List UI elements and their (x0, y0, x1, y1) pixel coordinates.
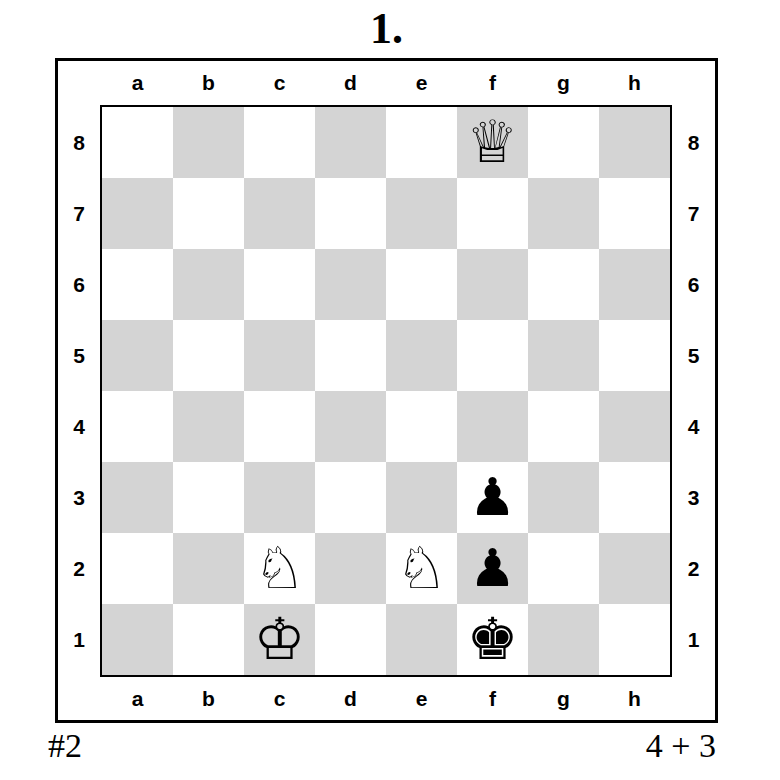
rank-label-6: 6 (672, 249, 715, 320)
frame-corner (58, 61, 100, 105)
rank-label-5: 5 (672, 320, 715, 391)
square-g7[interactable] (528, 178, 599, 249)
file-label-a: a (102, 61, 173, 105)
file-label-c: c (244, 61, 315, 105)
square-h2[interactable] (599, 533, 670, 604)
square-g1[interactable] (528, 604, 599, 675)
chess-board: ♕♟♘♘♟♔♚ (100, 105, 672, 677)
square-g3[interactable] (528, 462, 599, 533)
white-king-piece[interactable]: ♔ (254, 604, 306, 675)
file-label-f: f (457, 677, 528, 720)
material-count-label: 4 + 3 (646, 727, 716, 765)
square-d1[interactable] (315, 604, 386, 675)
square-b8[interactable] (173, 107, 244, 178)
rank-label-4: 4 (58, 391, 100, 462)
square-e4[interactable] (386, 391, 457, 462)
square-e1[interactable] (386, 604, 457, 675)
square-a3[interactable] (102, 462, 173, 533)
file-label-b: b (173, 677, 244, 720)
rank-label-4: 4 (672, 391, 715, 462)
square-g8[interactable] (528, 107, 599, 178)
file-label-h: h (599, 61, 670, 105)
black-king-piece[interactable]: ♚ (467, 604, 519, 675)
rank-label-1: 1 (58, 604, 100, 675)
square-a8[interactable] (102, 107, 173, 178)
square-h1[interactable] (599, 604, 670, 675)
square-f4[interactable] (457, 391, 528, 462)
file-label-e: e (386, 677, 457, 720)
square-h5[interactable] (599, 320, 670, 391)
square-b4[interactable] (173, 391, 244, 462)
stipulation-label: #2 (48, 727, 82, 765)
square-b1[interactable] (173, 604, 244, 675)
square-c1[interactable]: ♔ (244, 604, 315, 675)
square-c6[interactable] (244, 249, 315, 320)
square-f1[interactable]: ♚ (457, 604, 528, 675)
frame-corner (672, 677, 715, 720)
white-queen-piece[interactable]: ♕ (467, 107, 519, 178)
square-c2[interactable]: ♘ (244, 533, 315, 604)
file-label-g: g (528, 677, 599, 720)
file-labels-top: abcdefgh (100, 61, 672, 105)
square-b6[interactable] (173, 249, 244, 320)
square-d6[interactable] (315, 249, 386, 320)
file-label-e: e (386, 61, 457, 105)
square-h3[interactable] (599, 462, 670, 533)
rank-labels-left: 87654321 (58, 105, 100, 677)
rank-label-3: 3 (58, 462, 100, 533)
file-label-b: b (173, 61, 244, 105)
square-f3[interactable]: ♟ (457, 462, 528, 533)
rank-label-3: 3 (672, 462, 715, 533)
square-c7[interactable] (244, 178, 315, 249)
file-label-f: f (457, 61, 528, 105)
caption-row: #2 4 + 3 (48, 727, 716, 765)
square-e3[interactable] (386, 462, 457, 533)
square-h8[interactable] (599, 107, 670, 178)
file-label-g: g (528, 61, 599, 105)
square-f7[interactable] (457, 178, 528, 249)
square-d4[interactable] (315, 391, 386, 462)
chess-problem-page: 1. abcdefgh 87654321 ♕♟♘♘♟♔♚ 87654321 ab… (0, 0, 780, 780)
file-label-d: d (315, 677, 386, 720)
diagram-number: 1. (55, 0, 718, 58)
square-f5[interactable] (457, 320, 528, 391)
square-c8[interactable] (244, 107, 315, 178)
white-knight-piece[interactable]: ♘ (396, 533, 448, 604)
square-d2[interactable] (315, 533, 386, 604)
square-d8[interactable] (315, 107, 386, 178)
rank-labels-right: 87654321 (672, 105, 715, 677)
square-g2[interactable] (528, 533, 599, 604)
square-e6[interactable] (386, 249, 457, 320)
square-g6[interactable] (528, 249, 599, 320)
square-h4[interactable] (599, 391, 670, 462)
rank-label-6: 6 (58, 249, 100, 320)
rank-label-8: 8 (58, 107, 100, 178)
black-pawn-piece[interactable]: ♟ (469, 462, 516, 533)
square-d7[interactable] (315, 178, 386, 249)
square-a1[interactable] (102, 604, 173, 675)
square-b5[interactable] (173, 320, 244, 391)
black-pawn-piece[interactable]: ♟ (469, 533, 516, 604)
square-d5[interactable] (315, 320, 386, 391)
square-a5[interactable] (102, 320, 173, 391)
rank-label-7: 7 (672, 178, 715, 249)
file-label-h: h (599, 677, 670, 720)
square-h6[interactable] (599, 249, 670, 320)
frame-corner (58, 677, 100, 720)
square-d3[interactable] (315, 462, 386, 533)
square-a2[interactable] (102, 533, 173, 604)
square-e7[interactable] (386, 178, 457, 249)
white-knight-piece[interactable]: ♘ (254, 533, 306, 604)
square-a4[interactable] (102, 391, 173, 462)
rank-label-2: 2 (672, 533, 715, 604)
file-label-a: a (102, 677, 173, 720)
file-label-c: c (244, 677, 315, 720)
file-label-d: d (315, 61, 386, 105)
rank-label-8: 8 (672, 107, 715, 178)
square-b3[interactable] (173, 462, 244, 533)
frame-corner (672, 61, 715, 105)
square-f8[interactable]: ♕ (457, 107, 528, 178)
square-c3[interactable] (244, 462, 315, 533)
square-h7[interactable] (599, 178, 670, 249)
square-b2[interactable] (173, 533, 244, 604)
square-g5[interactable] (528, 320, 599, 391)
square-a7[interactable] (102, 178, 173, 249)
rank-label-1: 1 (672, 604, 715, 675)
square-a6[interactable] (102, 249, 173, 320)
square-f2[interactable]: ♟ (457, 533, 528, 604)
square-g4[interactable] (528, 391, 599, 462)
square-e2[interactable]: ♘ (386, 533, 457, 604)
square-e8[interactable] (386, 107, 457, 178)
rank-label-7: 7 (58, 178, 100, 249)
square-b7[interactable] (173, 178, 244, 249)
square-f6[interactable] (457, 249, 528, 320)
square-c4[interactable] (244, 391, 315, 462)
board-frame: abcdefgh 87654321 ♕♟♘♘♟♔♚ 87654321 abcde… (55, 58, 718, 723)
rank-label-5: 5 (58, 320, 100, 391)
file-labels-bottom: abcdefgh (100, 677, 672, 720)
square-e5[interactable] (386, 320, 457, 391)
rank-label-2: 2 (58, 533, 100, 604)
square-c5[interactable] (244, 320, 315, 391)
